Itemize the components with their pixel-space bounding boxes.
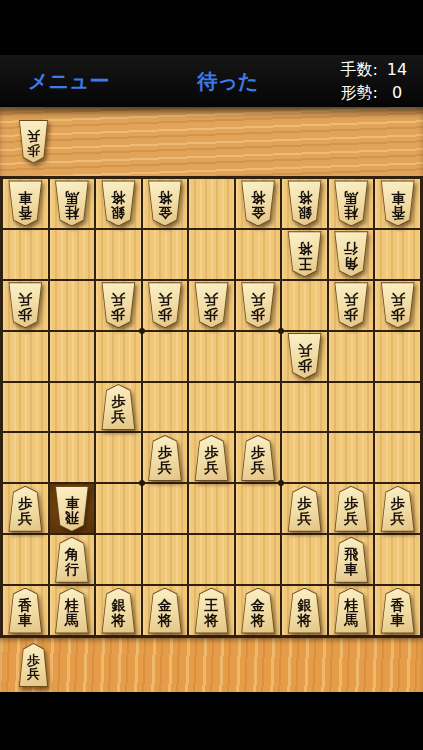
- cell-4h[interactable]: [236, 535, 281, 584]
- board: 香車桂馬銀将金将金将銀将桂馬香車王将角行歩兵歩兵歩兵歩兵歩兵歩兵歩兵歩兵歩兵歩兵…: [0, 176, 423, 638]
- piece-pawn-sente[interactable]: 歩兵: [6, 486, 44, 532]
- piece-king-sente[interactable]: 王将: [192, 588, 230, 634]
- piece-kanji: 飛車: [65, 496, 79, 525]
- piece-gold-sente[interactable]: 金将: [239, 588, 277, 634]
- piece-kanji: 歩兵: [158, 445, 172, 474]
- cell-1c[interactable]: 歩兵: [375, 281, 420, 330]
- cell-1f[interactable]: [375, 433, 420, 482]
- cell-9g[interactable]: 歩兵: [3, 484, 48, 533]
- piece-kanji: 歩兵: [344, 496, 358, 525]
- cell-9c[interactable]: 歩兵: [3, 281, 48, 330]
- piece-pawn-gote[interactable]: 歩兵: [192, 282, 230, 328]
- cell-1h[interactable]: [375, 535, 420, 584]
- cell-2f[interactable]: [329, 433, 374, 482]
- cell-5b[interactable]: [189, 230, 234, 279]
- piece-kanji: 桂馬: [344, 191, 358, 220]
- piece-pawn-sente[interactable]: 歩兵: [332, 486, 370, 532]
- cell-7c[interactable]: 歩兵: [96, 281, 141, 330]
- piece-silver-gote[interactable]: 銀将: [99, 180, 137, 226]
- piece-kanji: 歩兵: [391, 496, 405, 525]
- cell-9a[interactable]: 香車: [3, 179, 48, 228]
- cell-8a[interactable]: 桂馬: [50, 179, 95, 228]
- bottom-black-area: [0, 692, 423, 750]
- piece-gold-gote[interactable]: 金将: [239, 180, 277, 226]
- cell-3c[interactable]: [282, 281, 327, 330]
- cell-6a[interactable]: 金将: [143, 179, 188, 228]
- piece-kanji: 歩兵: [251, 445, 265, 474]
- move-count-row: 手数: 14: [341, 58, 411, 81]
- piece-kanji: 桂馬: [344, 598, 358, 627]
- piece-kanji: 銀将: [111, 598, 125, 627]
- piece-knight-sente[interactable]: 桂馬: [332, 588, 370, 634]
- cell-8c[interactable]: [50, 281, 95, 330]
- piece-silver-gote[interactable]: 銀将: [286, 180, 324, 226]
- piece-gold-sente[interactable]: 金将: [146, 588, 184, 634]
- cell-4b[interactable]: [236, 230, 281, 279]
- piece-kanji: 銀将: [111, 191, 125, 220]
- cell-2h[interactable]: 飛車: [329, 535, 374, 584]
- piece-pawn-sente[interactable]: 歩兵: [379, 486, 417, 532]
- app-screen: メニュー 待った 手数: 14 形勢: 0 歩兵 香車桂馬銀将金将金将銀将桂馬香…: [0, 0, 423, 750]
- piece-rook-gote[interactable]: 飛車: [53, 486, 91, 532]
- piece-kanji: 香車: [391, 598, 405, 627]
- game-stats: 手数: 14 形勢: 0: [341, 58, 411, 104]
- undo-button[interactable]: 待った: [191, 64, 264, 99]
- piece-pawn-sente[interactable]: 歩兵: [239, 435, 277, 481]
- cell-4e[interactable]: [236, 383, 281, 432]
- eval-label: 形勢:: [341, 83, 378, 102]
- cell-9i[interactable]: 香車: [3, 586, 48, 635]
- cell-2i[interactable]: 桂馬: [329, 586, 374, 635]
- piece-kanji: 香車: [391, 191, 405, 220]
- piece-pawn-gote[interactable]: 歩兵: [286, 333, 324, 379]
- cell-8g[interactable]: 飛車: [50, 484, 95, 533]
- piece-kanji: 歩兵: [18, 496, 32, 525]
- piece-pawn-sente[interactable]: 歩兵: [286, 486, 324, 532]
- piece-pawn-gote[interactable]: 歩兵: [6, 282, 44, 328]
- cell-7g[interactable]: [96, 484, 141, 533]
- piece-kanji: 桂馬: [65, 191, 79, 220]
- piece-silver-sente[interactable]: 銀将: [286, 588, 324, 634]
- cell-5f[interactable]: 歩兵: [189, 433, 234, 482]
- cell-6f[interactable]: 歩兵: [143, 433, 188, 482]
- cell-9e[interactable]: [3, 383, 48, 432]
- cell-7f[interactable]: [96, 433, 141, 482]
- cell-2g[interactable]: 歩兵: [329, 484, 374, 533]
- cell-4a[interactable]: 金将: [236, 179, 281, 228]
- cell-7e[interactable]: 歩兵: [96, 383, 141, 432]
- cell-4i[interactable]: 金将: [236, 586, 281, 635]
- cell-1a[interactable]: 香車: [375, 179, 420, 228]
- cell-4d[interactable]: [236, 332, 281, 381]
- cell-7i[interactable]: 銀将: [96, 586, 141, 635]
- cell-3h[interactable]: [282, 535, 327, 584]
- piece-silver-sente[interactable]: 銀将: [99, 588, 137, 634]
- star-point: [139, 480, 145, 486]
- cell-9f[interactable]: [3, 433, 48, 482]
- piece-kanji: 金将: [251, 191, 265, 220]
- cell-6c[interactable]: 歩兵: [143, 281, 188, 330]
- piece-lance-sente[interactable]: 香車: [6, 588, 44, 634]
- piece-lance-sente[interactable]: 香車: [379, 588, 417, 634]
- piece-pawn-sente[interactable]: 歩兵: [146, 435, 184, 481]
- piece-pawn-gote[interactable]: 歩兵: [17, 120, 50, 164]
- cell-6b[interactable]: [143, 230, 188, 279]
- piece-bishop-gote[interactable]: 角行: [332, 231, 370, 277]
- cell-5h[interactable]: [189, 535, 234, 584]
- cell-5d[interactable]: [189, 332, 234, 381]
- cell-7a[interactable]: 銀将: [96, 179, 141, 228]
- piece-pawn-gote[interactable]: 歩兵: [239, 282, 277, 328]
- piece-kanji: 歩兵: [111, 293, 125, 322]
- cell-3e[interactable]: [282, 383, 327, 432]
- toolbar: メニュー 待った 手数: 14 形勢: 0: [0, 55, 423, 107]
- piece-kanji: 飛車: [344, 547, 358, 576]
- piece-kanji: 銀将: [298, 598, 312, 627]
- cell-7b[interactable]: [96, 230, 141, 279]
- cell-5e[interactable]: [189, 383, 234, 432]
- cell-1e[interactable]: [375, 383, 420, 432]
- cell-6i[interactable]: 金将: [143, 586, 188, 635]
- eval-value: 0: [383, 81, 411, 104]
- piece-pawn-gote[interactable]: 歩兵: [379, 282, 417, 328]
- cell-2a[interactable]: 桂馬: [329, 179, 374, 228]
- piece-pawn-sente[interactable]: 歩兵: [17, 643, 50, 687]
- piece-kanji: 桂馬: [65, 598, 79, 627]
- piece-pawn-gote[interactable]: 歩兵: [332, 282, 370, 328]
- piece-lance-gote[interactable]: 香車: [6, 180, 44, 226]
- piece-kanji: 歩兵: [204, 293, 218, 322]
- cell-1g[interactable]: 歩兵: [375, 484, 420, 533]
- cell-1d[interactable]: [375, 332, 420, 381]
- cell-8b[interactable]: [50, 230, 95, 279]
- cell-3d[interactable]: 歩兵: [282, 332, 327, 381]
- cell-2b[interactable]: 角行: [329, 230, 374, 279]
- piece-knight-sente[interactable]: 桂馬: [53, 588, 91, 634]
- cell-9d[interactable]: [3, 332, 48, 381]
- cell-8d[interactable]: [50, 332, 95, 381]
- piece-kanji: 香車: [18, 191, 32, 220]
- menu-button[interactable]: メニュー: [22, 64, 115, 99]
- move-count-value: 14: [383, 58, 411, 81]
- cell-5g[interactable]: [189, 484, 234, 533]
- piece-kanji: 角行: [65, 547, 79, 576]
- cell-8f[interactable]: [50, 433, 95, 482]
- piece-lance-gote[interactable]: 香車: [379, 180, 417, 226]
- cell-4c[interactable]: 歩兵: [236, 281, 281, 330]
- cell-3g[interactable]: 歩兵: [282, 484, 327, 533]
- move-count-label: 手数:: [341, 60, 378, 79]
- piece-king-gote[interactable]: 王将: [286, 231, 324, 277]
- piece-kanji: 香車: [18, 598, 32, 627]
- cell-7d[interactable]: [96, 332, 141, 381]
- piece-kanji: 銀将: [298, 191, 312, 220]
- piece-kanji: 角行: [344, 242, 358, 271]
- cell-5a[interactable]: [189, 179, 234, 228]
- cell-9h[interactable]: [3, 535, 48, 584]
- piece-kanji: 歩兵: [111, 394, 125, 423]
- cell-7h[interactable]: [96, 535, 141, 584]
- piece-knight-gote[interactable]: 桂馬: [53, 180, 91, 226]
- cell-4g[interactable]: [236, 484, 281, 533]
- cell-6h[interactable]: [143, 535, 188, 584]
- cell-1i[interactable]: 香車: [375, 586, 420, 635]
- cell-9b[interactable]: [3, 230, 48, 279]
- piece-kanji: 歩兵: [391, 293, 405, 322]
- cell-5i[interactable]: 王将: [189, 586, 234, 635]
- cell-8h[interactable]: 角行: [50, 535, 95, 584]
- piece-kanji: 歩兵: [204, 445, 218, 474]
- cell-4f[interactable]: 歩兵: [236, 433, 281, 482]
- piece-gold-gote[interactable]: 金将: [146, 180, 184, 226]
- eval-row: 形勢: 0: [341, 81, 411, 104]
- cell-3b[interactable]: 王将: [282, 230, 327, 279]
- piece-kanji: 歩兵: [27, 654, 40, 681]
- sente-hand-stand: 歩兵: [0, 638, 423, 692]
- piece-kanji: 歩兵: [158, 293, 172, 322]
- cell-8i[interactable]: 桂馬: [50, 586, 95, 635]
- piece-rook-sente[interactable]: 飛車: [332, 537, 370, 583]
- piece-pawn-sente[interactable]: 歩兵: [192, 435, 230, 481]
- piece-knight-gote[interactable]: 桂馬: [332, 180, 370, 226]
- piece-kanji: 王将: [298, 242, 312, 271]
- cell-8e[interactable]: [50, 383, 95, 432]
- cell-2e[interactable]: [329, 383, 374, 432]
- piece-kanji: 歩兵: [18, 293, 32, 322]
- piece-bishop-sente[interactable]: 角行: [53, 537, 91, 583]
- gote-hand-stand: 歩兵: [0, 107, 423, 176]
- cell-6g[interactable]: [143, 484, 188, 533]
- piece-kanji: 金将: [158, 191, 172, 220]
- cell-6d[interactable]: [143, 332, 188, 381]
- piece-kanji: 王将: [204, 598, 218, 627]
- piece-kanji: 歩兵: [27, 130, 40, 157]
- cell-1b[interactable]: [375, 230, 420, 279]
- piece-pawn-gote[interactable]: 歩兵: [99, 282, 137, 328]
- piece-kanji: 歩兵: [344, 293, 358, 322]
- cell-2c[interactable]: 歩兵: [329, 281, 374, 330]
- star-point: [139, 328, 145, 334]
- piece-kanji: 歩兵: [251, 293, 265, 322]
- cell-3a[interactable]: 銀将: [282, 179, 327, 228]
- piece-kanji: 歩兵: [298, 496, 312, 525]
- piece-kanji: 歩兵: [298, 344, 312, 373]
- cell-3i[interactable]: 銀将: [282, 586, 327, 635]
- cell-2d[interactable]: [329, 332, 374, 381]
- cell-3f[interactable]: [282, 433, 327, 482]
- star-point: [278, 480, 284, 486]
- piece-kanji: 金将: [251, 598, 265, 627]
- piece-kanji: 金将: [158, 598, 172, 627]
- status-bar-space: [0, 0, 423, 55]
- star-point: [278, 328, 284, 334]
- cell-6e[interactable]: [143, 383, 188, 432]
- piece-pawn-gote[interactable]: 歩兵: [146, 282, 184, 328]
- cell-5c[interactable]: 歩兵: [189, 281, 234, 330]
- piece-pawn-sente[interactable]: 歩兵: [99, 384, 137, 430]
